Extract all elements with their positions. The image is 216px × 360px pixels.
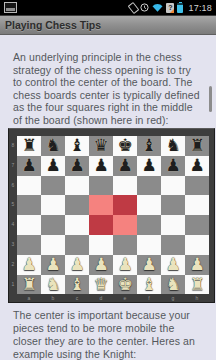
file-label-b: b <box>41 295 65 301</box>
square-b7: ♟ <box>41 156 65 176</box>
black-pawn-piece: ♟ <box>185 156 209 176</box>
black-pawn-piece: ♟ <box>41 156 65 176</box>
white-pawn-piece: ♟ <box>185 255 209 275</box>
square-e8: ♚ <box>113 136 137 156</box>
vibrate-icon <box>128 1 140 13</box>
page-title: Playing Chess Tips <box>5 19 101 31</box>
square-c2: ♟ <box>65 255 89 275</box>
white-rook-piece: ♜ <box>17 275 41 295</box>
square-a8: ♜ <box>17 136 41 156</box>
status-time: 17:18 <box>188 3 212 13</box>
white-pawn-piece: ♟ <box>89 255 113 275</box>
black-knight-piece: ♞ <box>41 136 65 156</box>
square-b1: ♞ <box>41 275 65 295</box>
square-b3 <box>41 235 65 255</box>
square-d1: ♛ <box>89 275 113 295</box>
file-label-g: g <box>161 295 185 301</box>
square-b5 <box>41 195 65 215</box>
square-c3 <box>65 235 89 255</box>
white-queen-piece: ♛ <box>89 275 113 295</box>
rank-label-2: 2 <box>9 255 17 275</box>
black-knight-piece: ♞ <box>161 136 185 156</box>
white-pawn-piece: ♟ <box>17 255 41 275</box>
square-c1: ♝ <box>65 275 89 295</box>
white-pawn-piece: ♟ <box>65 255 89 275</box>
square-f5 <box>137 195 161 215</box>
square-g4 <box>161 215 185 235</box>
screenshot-icon <box>4 2 17 13</box>
square-h7: ♟ <box>185 156 209 176</box>
square-c8: ♝ <box>65 136 89 156</box>
battery-icon <box>177 3 183 13</box>
black-king-piece: ♚ <box>113 136 137 156</box>
square-c5 <box>65 195 89 215</box>
unknown-signal-icon: ? <box>166 3 174 13</box>
white-rook-piece: ♜ <box>185 275 209 295</box>
title-bar: Playing Chess Tips <box>0 15 216 35</box>
intro-paragraph: An underlying principle in the chess str… <box>13 51 201 126</box>
square-f4 <box>137 215 161 235</box>
square-g7: ♟ <box>161 156 185 176</box>
black-bishop-piece: ♝ <box>137 136 161 156</box>
black-pawn-piece: ♟ <box>89 156 113 176</box>
scrollbar-thumb[interactable] <box>209 86 212 112</box>
black-rook-piece: ♜ <box>185 136 209 156</box>
square-d5 <box>89 195 113 215</box>
black-pawn-piece: ♟ <box>17 156 41 176</box>
square-g2: ♟ <box>161 255 185 275</box>
square-d3 <box>89 235 113 255</box>
square-b4 <box>41 215 65 235</box>
alarm-icon <box>140 3 149 12</box>
square-b6 <box>41 176 65 196</box>
rank-label-4: 4 <box>9 215 17 235</box>
white-pawn-piece: ♟ <box>161 255 185 275</box>
black-bishop-piece: ♝ <box>65 136 89 156</box>
square-e1: ♚ <box>113 275 137 295</box>
square-h8: ♜ <box>185 136 209 156</box>
file-label-d: d <box>89 295 113 301</box>
square-f1: ♝ <box>137 275 161 295</box>
white-bishop-piece: ♝ <box>137 275 161 295</box>
square-f2: ♟ <box>137 255 161 275</box>
black-queen-piece: ♛ <box>89 136 113 156</box>
black-pawn-piece: ♟ <box>137 156 161 176</box>
center-importance-paragraph: The center is important because your pie… <box>13 309 203 360</box>
square-e5 <box>113 195 137 215</box>
chess-board-diagram: ♜♞♝♛♚♝♞♜♟♟♟♟♟♟♟♟♟♟♟♟♟♟♟♟♜♞♝♛♚♝♞♜ 8765432… <box>8 128 215 303</box>
square-d7: ♟ <box>89 156 113 176</box>
square-h5 <box>185 195 209 215</box>
file-label-h: h <box>185 295 209 301</box>
file-label-a: a <box>17 295 41 301</box>
square-b8: ♞ <box>41 136 65 156</box>
white-pawn-piece: ♟ <box>41 255 65 275</box>
square-d2: ♟ <box>89 255 113 275</box>
white-knight-piece: ♞ <box>161 275 185 295</box>
black-pawn-piece: ♟ <box>65 156 89 176</box>
square-a3 <box>17 235 41 255</box>
black-rook-piece: ♜ <box>17 136 41 156</box>
square-g8: ♞ <box>161 136 185 156</box>
square-g1: ♞ <box>161 275 185 295</box>
file-label-c: c <box>65 295 89 301</box>
rank-label-8: 8 <box>9 136 17 156</box>
status-bar: ? 17:18 <box>0 0 216 15</box>
square-h4 <box>185 215 209 235</box>
square-g5 <box>161 195 185 215</box>
square-f6 <box>137 176 161 196</box>
rank-label-7: 7 <box>9 156 17 176</box>
square-a5 <box>17 195 41 215</box>
square-a1: ♜ <box>17 275 41 295</box>
square-h1: ♜ <box>185 275 209 295</box>
white-bishop-piece: ♝ <box>65 275 89 295</box>
wifi-icon <box>152 3 163 12</box>
square-h6 <box>185 176 209 196</box>
content-scroll-area[interactable]: An underlying principle in the chess str… <box>0 51 216 360</box>
file-label-e: e <box>113 295 137 301</box>
white-king-piece: ♚ <box>113 275 137 295</box>
square-f7: ♟ <box>137 156 161 176</box>
square-d8: ♛ <box>89 136 113 156</box>
square-f8: ♝ <box>137 136 161 156</box>
square-h3 <box>185 235 209 255</box>
square-e3 <box>113 235 137 255</box>
black-pawn-piece: ♟ <box>113 156 137 176</box>
square-h2: ♟ <box>185 255 209 275</box>
rank-label-1: 1 <box>9 275 17 295</box>
square-a7: ♟ <box>17 156 41 176</box>
rank-label-3: 3 <box>9 235 17 255</box>
white-knight-piece: ♞ <box>41 275 65 295</box>
square-a4 <box>17 215 41 235</box>
white-pawn-piece: ♟ <box>113 255 137 275</box>
square-g6 <box>161 176 185 196</box>
square-a2: ♟ <box>17 255 41 275</box>
white-pawn-piece: ♟ <box>137 255 161 275</box>
square-e4 <box>113 215 137 235</box>
square-c7: ♟ <box>65 156 89 176</box>
square-a6 <box>17 176 41 196</box>
square-d4 <box>89 215 113 235</box>
rank-label-5: 5 <box>9 195 17 215</box>
square-g3 <box>161 235 185 255</box>
black-pawn-piece: ♟ <box>161 156 185 176</box>
square-c6 <box>65 176 89 196</box>
chess-board-grid: ♜♞♝♛♚♝♞♜♟♟♟♟♟♟♟♟♟♟♟♟♟♟♟♟♜♞♝♛♚♝♞♜ <box>17 136 209 294</box>
square-c4 <box>65 215 89 235</box>
square-e2: ♟ <box>113 255 137 275</box>
square-e6 <box>113 176 137 196</box>
square-e7: ♟ <box>113 156 137 176</box>
rank-label-6: 6 <box>9 176 17 196</box>
file-label-f: f <box>137 295 161 301</box>
square-b2: ♟ <box>41 255 65 275</box>
app-screen: ? 17:18 Playing Chess Tips An underlying… <box>0 0 216 360</box>
square-f3 <box>137 235 161 255</box>
square-d6 <box>89 176 113 196</box>
